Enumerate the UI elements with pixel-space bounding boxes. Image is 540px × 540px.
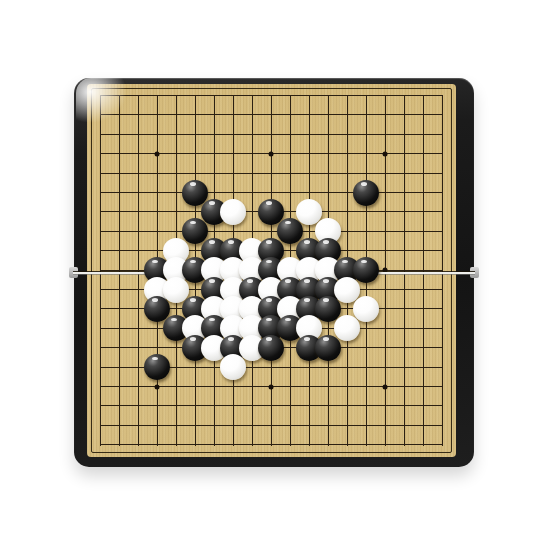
stone-white [334, 315, 360, 341]
stone-black [315, 335, 341, 361]
go-board-frame [74, 78, 474, 467]
stone-white [220, 199, 246, 225]
stones-layer [100, 96, 443, 446]
stone-white [353, 296, 379, 322]
board-surface [87, 84, 456, 457]
stone-black [353, 257, 379, 283]
stone-black [353, 180, 379, 206]
stone-black [258, 335, 284, 361]
product-photo [0, 0, 540, 540]
stone-white [220, 354, 246, 380]
stone-black [144, 354, 170, 380]
